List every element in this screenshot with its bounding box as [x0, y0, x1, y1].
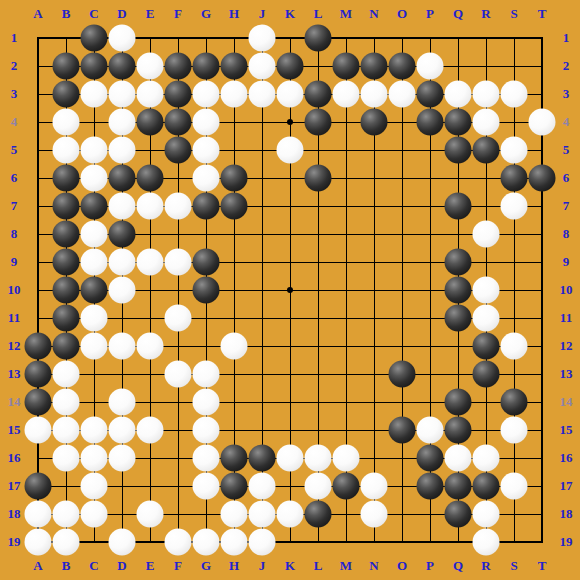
white-stone: [249, 25, 276, 52]
black-stone: [305, 81, 332, 108]
white-stone: [53, 529, 80, 556]
row-label-left: 10: [0, 282, 28, 298]
row-label-left: 4: [0, 114, 28, 130]
row-label-left: 11: [0, 310, 28, 326]
black-stone: [305, 165, 332, 192]
row-label-right: 7: [552, 198, 580, 214]
white-stone: [53, 417, 80, 444]
black-stone: [81, 277, 108, 304]
black-stone: [81, 53, 108, 80]
black-stone: [221, 473, 248, 500]
white-stone: [81, 165, 108, 192]
black-stone: [417, 81, 444, 108]
white-stone: [165, 529, 192, 556]
column-label-top: G: [192, 6, 220, 22]
white-stone: [109, 417, 136, 444]
white-stone: [193, 361, 220, 388]
black-stone: [445, 389, 472, 416]
column-label-bottom: Q: [444, 558, 472, 574]
column-label-bottom: N: [360, 558, 388, 574]
white-stone: [249, 81, 276, 108]
row-label-right: 9: [552, 254, 580, 270]
white-stone: [109, 81, 136, 108]
column-label-top: O: [388, 6, 416, 22]
white-stone: [473, 501, 500, 528]
black-stone: [417, 473, 444, 500]
white-stone: [137, 53, 164, 80]
row-label-right: 8: [552, 226, 580, 242]
white-stone: [81, 249, 108, 276]
white-stone: [221, 81, 248, 108]
black-stone: [305, 501, 332, 528]
row-label-right: 18: [552, 506, 580, 522]
black-stone: [25, 361, 52, 388]
white-stone: [53, 137, 80, 164]
white-stone: [473, 305, 500, 332]
white-stone: [137, 417, 164, 444]
column-label-bottom: L: [304, 558, 332, 574]
white-stone: [361, 81, 388, 108]
column-label-top: A: [24, 6, 52, 22]
white-stone: [81, 137, 108, 164]
white-stone: [501, 193, 528, 220]
white-stone: [193, 529, 220, 556]
black-stone: [53, 193, 80, 220]
white-stone: [221, 529, 248, 556]
grid-line-horizontal: [37, 374, 543, 375]
row-label-left: 6: [0, 170, 28, 186]
white-stone: [81, 81, 108, 108]
black-stone: [109, 221, 136, 248]
black-stone: [473, 361, 500, 388]
black-stone: [25, 333, 52, 360]
white-stone: [221, 333, 248, 360]
row-label-left: 16: [0, 450, 28, 466]
white-stone: [109, 137, 136, 164]
white-stone: [109, 529, 136, 556]
column-label-bottom: D: [108, 558, 136, 574]
white-stone: [137, 249, 164, 276]
black-stone: [53, 277, 80, 304]
black-stone: [165, 53, 192, 80]
white-stone: [53, 501, 80, 528]
white-stone: [277, 81, 304, 108]
white-stone: [81, 305, 108, 332]
black-stone: [221, 445, 248, 472]
white-stone: [137, 501, 164, 528]
column-label-top: N: [360, 6, 388, 22]
white-stone: [193, 165, 220, 192]
white-stone: [389, 81, 416, 108]
black-stone: [137, 165, 164, 192]
column-label-bottom: J: [248, 558, 276, 574]
row-label-right: 16: [552, 450, 580, 466]
white-stone: [109, 193, 136, 220]
row-label-right: 2: [552, 58, 580, 74]
black-stone: [501, 165, 528, 192]
white-stone: [81, 445, 108, 472]
column-label-bottom: P: [416, 558, 444, 574]
white-stone: [81, 333, 108, 360]
column-label-bottom: H: [220, 558, 248, 574]
black-stone: [53, 221, 80, 248]
column-label-bottom: G: [192, 558, 220, 574]
column-label-bottom: F: [164, 558, 192, 574]
row-label-left: 3: [0, 86, 28, 102]
white-stone: [109, 25, 136, 52]
white-stone: [501, 417, 528, 444]
black-stone: [165, 109, 192, 136]
white-stone: [25, 417, 52, 444]
column-label-top: T: [528, 6, 556, 22]
white-stone: [277, 501, 304, 528]
column-label-top: B: [52, 6, 80, 22]
white-stone: [53, 109, 80, 136]
black-stone: [109, 165, 136, 192]
black-stone: [53, 333, 80, 360]
white-stone: [361, 473, 388, 500]
white-stone: [193, 389, 220, 416]
row-label-left: 8: [0, 226, 28, 242]
black-stone: [417, 445, 444, 472]
white-stone: [473, 81, 500, 108]
row-label-right: 14: [552, 394, 580, 410]
white-stone: [137, 193, 164, 220]
white-stone: [417, 417, 444, 444]
black-stone: [193, 249, 220, 276]
column-label-bottom: A: [24, 558, 52, 574]
black-stone: [417, 109, 444, 136]
white-stone: [109, 277, 136, 304]
black-stone: [445, 277, 472, 304]
white-stone: [109, 389, 136, 416]
black-stone: [109, 53, 136, 80]
black-stone: [473, 333, 500, 360]
black-stone: [25, 473, 52, 500]
white-stone: [109, 249, 136, 276]
black-stone: [445, 137, 472, 164]
white-stone: [165, 249, 192, 276]
white-stone: [165, 361, 192, 388]
black-stone: [81, 193, 108, 220]
row-label-left: 9: [0, 254, 28, 270]
row-label-left: 5: [0, 142, 28, 158]
white-stone: [193, 81, 220, 108]
white-stone: [137, 81, 164, 108]
white-stone: [361, 501, 388, 528]
column-label-top: K: [276, 6, 304, 22]
white-stone: [473, 529, 500, 556]
white-stone: [109, 445, 136, 472]
black-stone: [445, 109, 472, 136]
column-label-top: P: [416, 6, 444, 22]
black-stone: [529, 165, 556, 192]
white-stone: [193, 109, 220, 136]
black-stone: [137, 109, 164, 136]
white-stone: [417, 53, 444, 80]
row-label-right: 13: [552, 366, 580, 382]
white-stone: [249, 473, 276, 500]
row-label-right: 6: [552, 170, 580, 186]
white-stone: [473, 445, 500, 472]
black-stone: [221, 165, 248, 192]
white-stone: [81, 501, 108, 528]
white-stone: [165, 305, 192, 332]
black-stone: [473, 137, 500, 164]
black-stone: [221, 193, 248, 220]
black-stone: [305, 109, 332, 136]
row-label-right: 10: [552, 282, 580, 298]
white-stone: [501, 333, 528, 360]
white-stone: [277, 137, 304, 164]
white-stone: [25, 529, 52, 556]
row-label-right: 5: [552, 142, 580, 158]
row-label-right: 19: [552, 534, 580, 550]
row-label-left: 1: [0, 30, 28, 46]
column-label-bottom: C: [80, 558, 108, 574]
black-stone: [333, 53, 360, 80]
black-stone: [221, 53, 248, 80]
column-label-top: C: [80, 6, 108, 22]
black-stone: [53, 53, 80, 80]
column-label-top: D: [108, 6, 136, 22]
white-stone: [333, 81, 360, 108]
white-stone: [193, 137, 220, 164]
black-stone: [165, 137, 192, 164]
black-stone: [193, 53, 220, 80]
black-stone: [333, 473, 360, 500]
black-stone: [53, 305, 80, 332]
star-point: [287, 287, 293, 293]
white-stone: [249, 501, 276, 528]
column-label-bottom: T: [528, 558, 556, 574]
black-stone: [165, 81, 192, 108]
white-stone: [333, 445, 360, 472]
column-label-bottom: O: [388, 558, 416, 574]
black-stone: [53, 81, 80, 108]
white-stone: [277, 445, 304, 472]
column-label-bottom: K: [276, 558, 304, 574]
white-stone: [529, 109, 556, 136]
white-stone: [249, 53, 276, 80]
column-label-top: F: [164, 6, 192, 22]
black-stone: [81, 25, 108, 52]
column-label-top: J: [248, 6, 276, 22]
white-stone: [137, 333, 164, 360]
black-stone: [389, 417, 416, 444]
white-stone: [81, 221, 108, 248]
black-stone: [389, 361, 416, 388]
white-stone: [473, 221, 500, 248]
black-stone: [361, 109, 388, 136]
column-label-top: E: [136, 6, 164, 22]
white-stone: [445, 445, 472, 472]
column-label-bottom: M: [332, 558, 360, 574]
black-stone: [445, 501, 472, 528]
black-stone: [389, 53, 416, 80]
black-stone: [193, 193, 220, 220]
row-label-right: 1: [552, 30, 580, 46]
row-label-right: 3: [552, 86, 580, 102]
white-stone: [501, 473, 528, 500]
white-stone: [165, 193, 192, 220]
go-board[interactable]: AABBCCDDEEFFGGHHJJKKLLMMNNOOPPQQRRSSTT11…: [0, 0, 580, 580]
white-stone: [193, 445, 220, 472]
column-label-bottom: B: [52, 558, 80, 574]
white-stone: [25, 501, 52, 528]
black-stone: [305, 25, 332, 52]
row-label-right: 4: [552, 114, 580, 130]
white-stone: [109, 109, 136, 136]
grid-line-vertical: [514, 37, 515, 543]
white-stone: [473, 109, 500, 136]
column-label-top: H: [220, 6, 248, 22]
white-stone: [81, 417, 108, 444]
black-stone: [501, 389, 528, 416]
black-stone: [25, 389, 52, 416]
star-point: [287, 119, 293, 125]
white-stone: [249, 529, 276, 556]
column-label-top: Q: [444, 6, 472, 22]
white-stone: [193, 473, 220, 500]
row-label-right: 15: [552, 422, 580, 438]
black-stone: [445, 193, 472, 220]
black-stone: [445, 305, 472, 332]
column-label-bottom: R: [472, 558, 500, 574]
row-label-right: 12: [552, 338, 580, 354]
row-label-left: 7: [0, 198, 28, 214]
grid-line-vertical: [402, 37, 403, 543]
white-stone: [221, 501, 248, 528]
black-stone: [53, 165, 80, 192]
column-label-bottom: S: [500, 558, 528, 574]
row-label-right: 17: [552, 478, 580, 494]
white-stone: [501, 81, 528, 108]
white-stone: [53, 445, 80, 472]
column-label-top: S: [500, 6, 528, 22]
white-stone: [193, 417, 220, 444]
white-stone: [305, 445, 332, 472]
white-stone: [109, 333, 136, 360]
row-label-left: 2: [0, 58, 28, 74]
black-stone: [249, 445, 276, 472]
black-stone: [445, 249, 472, 276]
black-stone: [445, 473, 472, 500]
row-label-right: 11: [552, 310, 580, 326]
black-stone: [53, 249, 80, 276]
black-stone: [445, 417, 472, 444]
white-stone: [305, 473, 332, 500]
column-label-top: R: [472, 6, 500, 22]
column-label-top: L: [304, 6, 332, 22]
black-stone: [473, 473, 500, 500]
white-stone: [501, 137, 528, 164]
column-label-bottom: E: [136, 558, 164, 574]
black-stone: [193, 277, 220, 304]
white-stone: [53, 389, 80, 416]
white-stone: [445, 81, 472, 108]
white-stone: [81, 473, 108, 500]
column-label-top: M: [332, 6, 360, 22]
white-stone: [473, 277, 500, 304]
black-stone: [277, 53, 304, 80]
black-stone: [361, 53, 388, 80]
white-stone: [53, 361, 80, 388]
